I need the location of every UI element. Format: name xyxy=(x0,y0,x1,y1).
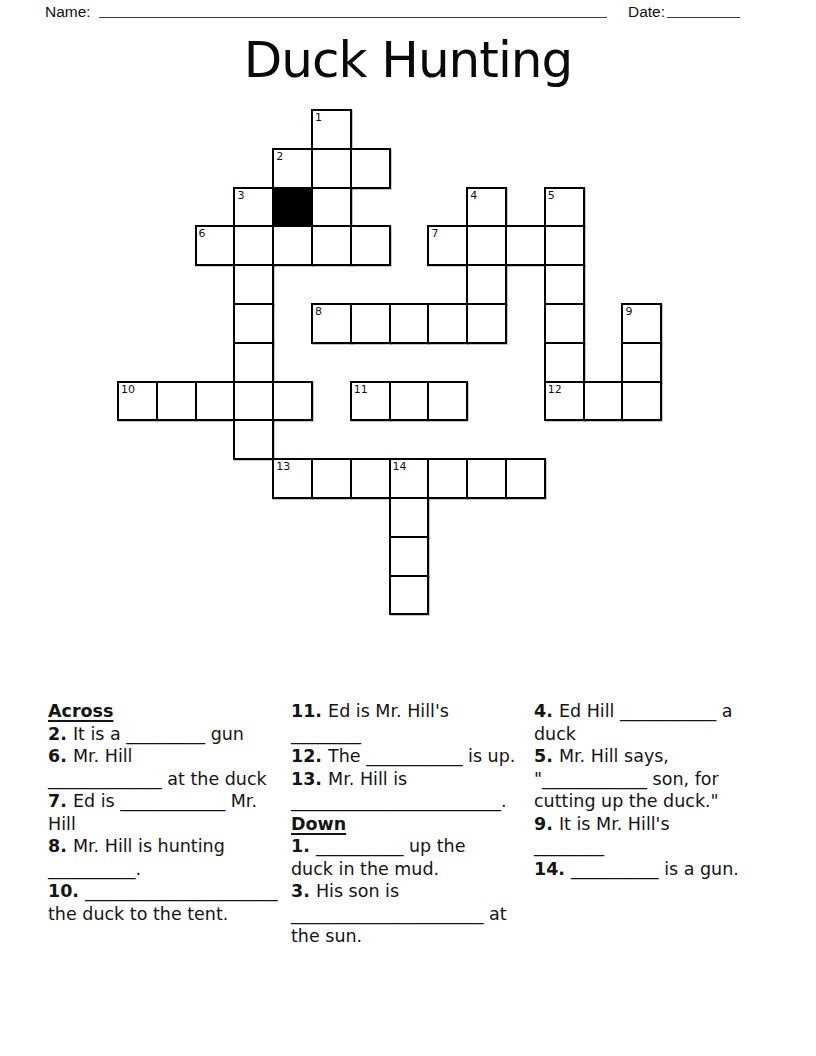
clue-number-label: 11. xyxy=(291,701,328,721)
cell-r9c6[interactable] xyxy=(350,458,391,499)
cell-r1c6[interactable] xyxy=(350,148,391,189)
clue-number-label: 3. xyxy=(291,881,316,901)
clue-number-9: 9 xyxy=(625,305,632,318)
down-header: Down xyxy=(291,813,526,836)
worksheet-page: Name: Date: Duck Hunting 123456789101112… xyxy=(0,0,816,1056)
clue-number-label: 6. xyxy=(48,746,73,766)
cell-r7c13[interactable] xyxy=(621,381,662,422)
cell-r11c7[interactable] xyxy=(389,536,430,577)
clue-across-2: 2. It is a _________ gun xyxy=(48,723,288,746)
cell-r6c13[interactable] xyxy=(621,342,662,383)
clue-number-2: 2 xyxy=(276,150,283,163)
cell-r9c10[interactable] xyxy=(505,458,546,499)
cell-r2c9[interactable]: 4 xyxy=(466,187,507,228)
cell-r7c4[interactable] xyxy=(272,381,313,422)
cell-r5c11[interactable] xyxy=(544,303,585,344)
clue-number-label: 10. xyxy=(48,881,85,901)
clue-across-11: 11. Ed is Mr. Hill's________ xyxy=(291,700,526,745)
clue-down-1: 1. __________ up theduck in the mud. xyxy=(291,835,526,880)
puzzle-title: Duck Hunting xyxy=(0,30,816,90)
clue-number-13: 13 xyxy=(276,460,290,473)
cell-r1c5[interactable] xyxy=(311,148,352,189)
cell-r9c8[interactable] xyxy=(427,458,468,499)
cell-r3c2[interactable]: 6 xyxy=(195,225,236,266)
cell-r7c3[interactable] xyxy=(233,381,274,422)
clue-number-label: 8. xyxy=(48,836,73,856)
clue-number-label: 9. xyxy=(534,814,559,834)
clue-across-7: 7. Ed is ____________ Mr.Hill xyxy=(48,790,288,835)
clue-down-14: 14. __________ is a gun. xyxy=(534,858,749,881)
clue-down-4: 4. Ed Hill ___________ aduck xyxy=(534,700,749,745)
cell-r6c11[interactable] xyxy=(544,342,585,383)
cell-r9c9[interactable] xyxy=(466,458,507,499)
cell-r3c8[interactable]: 7 xyxy=(427,225,468,266)
clue-number-11: 11 xyxy=(354,383,368,396)
clue-column-3: 4. Ed Hill ___________ aduck5. Mr. Hill … xyxy=(534,700,749,880)
clue-number-8: 8 xyxy=(315,305,322,318)
cell-r4c3[interactable] xyxy=(233,264,274,305)
clue-number-4: 4 xyxy=(470,189,477,202)
clue-down-5: 5. Mr. Hill says,"____________ son, forc… xyxy=(534,745,749,813)
cell-r3c3[interactable] xyxy=(233,225,274,266)
cell-r3c10[interactable] xyxy=(505,225,546,266)
cell-r5c8[interactable] xyxy=(427,303,468,344)
cell-r7c11[interactable]: 12 xyxy=(544,381,585,422)
clue-number-10: 10 xyxy=(121,383,135,396)
clue-across-12: 12. The ___________ is up. xyxy=(291,745,526,768)
clue-down-3: 3. His son is______________________ atth… xyxy=(291,880,526,948)
cell-r8c3[interactable] xyxy=(233,419,274,460)
cell-r3c6[interactable] xyxy=(350,225,391,266)
clue-number-label: 1. xyxy=(291,836,316,856)
cell-r4c11[interactable] xyxy=(544,264,585,305)
cell-r4c9[interactable] xyxy=(466,264,507,305)
clue-column-2: 11. Ed is Mr. Hill's________12. The ____… xyxy=(291,700,526,948)
cell-r5c3[interactable] xyxy=(233,303,274,344)
cell-r0c5[interactable]: 1 xyxy=(311,109,352,150)
cell-r2c3[interactable]: 3 xyxy=(233,187,274,228)
clue-across-10: 10. ______________________the duck to th… xyxy=(48,880,288,925)
clue-across-6: 6. Mr. Hill_____________ at the duck xyxy=(48,745,288,790)
clue-number-7: 7 xyxy=(431,227,438,240)
clue-number-1: 1 xyxy=(315,111,322,124)
clue-number-5: 5 xyxy=(548,189,555,202)
date-field-line[interactable] xyxy=(667,0,740,18)
cell-r5c7[interactable] xyxy=(389,303,430,344)
cell-r2c5[interactable] xyxy=(311,187,352,228)
cell-r7c0[interactable]: 10 xyxy=(117,381,158,422)
clue-number-3: 3 xyxy=(237,189,244,202)
cell-r7c6[interactable]: 11 xyxy=(350,381,391,422)
clue-across-13: 13. Mr. Hill is________________________. xyxy=(291,768,526,813)
cell-r7c7[interactable] xyxy=(389,381,430,422)
date-label: Date: xyxy=(628,3,665,21)
clue-down-9: 9. It is Mr. Hill's________ xyxy=(534,813,749,858)
cell-r2c11[interactable]: 5 xyxy=(544,187,585,228)
cell-r3c11[interactable] xyxy=(544,225,585,266)
cell-r3c9[interactable] xyxy=(466,225,507,266)
clue-across-8: 8. Mr. Hill is hunting__________. xyxy=(48,835,288,880)
clue-number-12: 12 xyxy=(548,383,562,396)
across-header: Across xyxy=(48,700,288,723)
cell-r9c5[interactable] xyxy=(311,458,352,499)
cell-r7c2[interactable] xyxy=(195,381,236,422)
clue-number-label: 5. xyxy=(534,746,559,766)
clue-number-6: 6 xyxy=(199,227,206,240)
cell-r9c4[interactable]: 13 xyxy=(272,458,313,499)
clue-number-label: 14. xyxy=(534,859,571,879)
cell-r9c7[interactable]: 14 xyxy=(389,458,430,499)
clue-number-label: 7. xyxy=(48,791,73,811)
cell-r12c7[interactable] xyxy=(389,575,430,616)
cell-r1c4[interactable]: 2 xyxy=(272,148,313,189)
clue-number-label: 4. xyxy=(534,701,559,721)
cell-r10c7[interactable] xyxy=(389,497,430,538)
cell-r3c5[interactable] xyxy=(311,225,352,266)
name-field-line[interactable] xyxy=(99,0,607,18)
cell-r6c3[interactable] xyxy=(233,342,274,383)
clue-number-label: 2. xyxy=(48,724,73,744)
cell-r7c8[interactable] xyxy=(427,381,468,422)
crossword-grid: 1234567891011121314 xyxy=(117,109,663,616)
name-label: Name: xyxy=(45,3,91,21)
cell-r3c4[interactable] xyxy=(272,225,313,266)
clue-number-label: 13. xyxy=(291,769,328,789)
cell-r5c13[interactable]: 9 xyxy=(621,303,662,344)
cell-r7c12[interactable] xyxy=(583,381,624,422)
clue-column-1: Across2. It is a _________ gun6. Mr. Hil… xyxy=(48,700,288,925)
cell-r7c1[interactable] xyxy=(156,381,197,422)
black-cell-r2c4 xyxy=(272,187,313,228)
clue-number-14: 14 xyxy=(393,460,407,473)
clue-number-label: 12. xyxy=(291,746,328,766)
cell-r5c5[interactable]: 8 xyxy=(311,303,352,344)
cell-r5c9[interactable] xyxy=(466,303,507,344)
cell-r5c6[interactable] xyxy=(350,303,391,344)
